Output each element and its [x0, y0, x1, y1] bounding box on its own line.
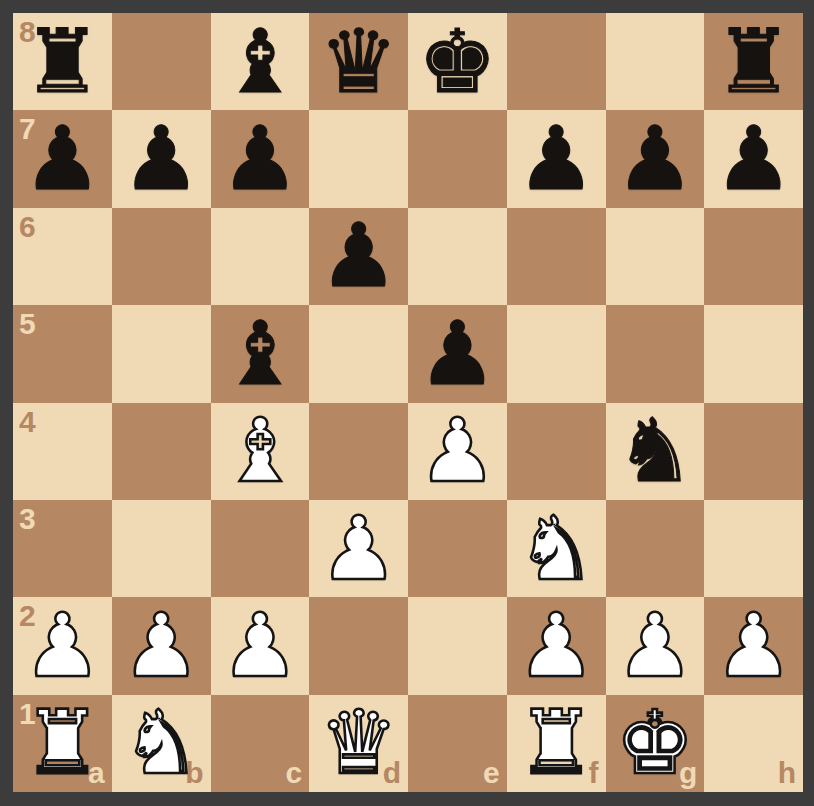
piece-white-knight[interactable]: ♞: [517, 500, 596, 597]
square-b4[interactable]: [112, 403, 211, 500]
piece-black-pawn[interactable]: ♟: [714, 110, 793, 207]
piece-white-rook[interactable]: ♜: [517, 695, 596, 792]
square-a1[interactable]: 1a♜: [13, 695, 112, 792]
square-c5[interactable]: ♝: [211, 305, 310, 402]
square-h3[interactable]: [704, 500, 803, 597]
square-g5[interactable]: [606, 305, 705, 402]
square-h1[interactable]: h: [704, 695, 803, 792]
piece-white-pawn[interactable]: ♟: [220, 597, 299, 694]
square-h4[interactable]: [704, 403, 803, 500]
square-g3[interactable]: [606, 500, 705, 597]
square-e8[interactable]: ♚: [408, 13, 507, 110]
piece-black-pawn[interactable]: ♟: [517, 110, 596, 207]
piece-black-king[interactable]: ♚: [418, 13, 497, 110]
square-a4[interactable]: 4: [13, 403, 112, 500]
square-e4[interactable]: ♟: [408, 403, 507, 500]
square-b2[interactable]: ♟: [112, 597, 211, 694]
piece-black-bishop[interactable]: ♝: [220, 13, 299, 110]
square-f1[interactable]: f♜: [507, 695, 606, 792]
piece-white-pawn[interactable]: ♟: [122, 597, 201, 694]
square-g8[interactable]: [606, 13, 705, 110]
piece-black-bishop[interactable]: ♝: [220, 305, 299, 402]
square-b1[interactable]: b♞: [112, 695, 211, 792]
square-e6[interactable]: [408, 208, 507, 305]
square-a7[interactable]: 7♟: [13, 110, 112, 207]
square-c8[interactable]: ♝: [211, 13, 310, 110]
piece-black-pawn[interactable]: ♟: [615, 110, 694, 207]
square-f8[interactable]: [507, 13, 606, 110]
square-g1[interactable]: g♚: [606, 695, 705, 792]
square-h6[interactable]: [704, 208, 803, 305]
square-h8[interactable]: ♜: [704, 13, 803, 110]
square-d3[interactable]: ♟: [309, 500, 408, 597]
square-g7[interactable]: ♟: [606, 110, 705, 207]
rank-label-3: 3: [19, 504, 36, 534]
square-h7[interactable]: ♟: [704, 110, 803, 207]
piece-black-rook[interactable]: ♜: [23, 13, 102, 110]
square-b5[interactable]: [112, 305, 211, 402]
square-c7[interactable]: ♟: [211, 110, 310, 207]
square-d4[interactable]: [309, 403, 408, 500]
file-label-h: h: [778, 758, 796, 788]
square-c1[interactable]: c: [211, 695, 310, 792]
square-b3[interactable]: [112, 500, 211, 597]
piece-white-pawn[interactable]: ♟: [517, 597, 596, 694]
square-b7[interactable]: ♟: [112, 110, 211, 207]
rank-label-5: 5: [19, 309, 36, 339]
square-g2[interactable]: ♟: [606, 597, 705, 694]
piece-white-knight[interactable]: ♞: [122, 695, 201, 792]
square-a6[interactable]: 6: [13, 208, 112, 305]
square-a2[interactable]: 2♟: [13, 597, 112, 694]
piece-white-bishop[interactable]: ♝: [220, 403, 299, 500]
square-d7[interactable]: [309, 110, 408, 207]
piece-white-pawn[interactable]: ♟: [418, 403, 497, 500]
file-label-e: e: [483, 758, 500, 788]
square-a8[interactable]: 8♜: [13, 13, 112, 110]
rank-label-4: 4: [19, 407, 36, 437]
piece-black-queen[interactable]: ♛: [319, 13, 398, 110]
square-b6[interactable]: [112, 208, 211, 305]
piece-white-queen[interactable]: ♛: [319, 695, 398, 792]
square-e3[interactable]: [408, 500, 507, 597]
square-b8[interactable]: [112, 13, 211, 110]
square-e1[interactable]: e: [408, 695, 507, 792]
square-h5[interactable]: [704, 305, 803, 402]
square-f5[interactable]: [507, 305, 606, 402]
piece-white-pawn[interactable]: ♟: [319, 500, 398, 597]
square-h2[interactable]: ♟: [704, 597, 803, 694]
chess-board: 8♜♝♛♚♜7♟♟♟♟♟♟6♟5♝♟4♝♟♞3♟♞2♟♟♟♟♟♟1a♜b♞cd♛…: [13, 13, 803, 792]
square-c4[interactable]: ♝: [211, 403, 310, 500]
square-f2[interactable]: ♟: [507, 597, 606, 694]
square-e5[interactable]: ♟: [408, 305, 507, 402]
piece-black-knight[interactable]: ♞: [615, 403, 694, 500]
square-c2[interactable]: ♟: [211, 597, 310, 694]
piece-white-king[interactable]: ♚: [615, 695, 694, 792]
square-d2[interactable]: [309, 597, 408, 694]
piece-black-pawn[interactable]: ♟: [122, 110, 201, 207]
square-f6[interactable]: [507, 208, 606, 305]
square-d1[interactable]: d♛: [309, 695, 408, 792]
square-c3[interactable]: [211, 500, 310, 597]
square-f4[interactable]: [507, 403, 606, 500]
square-g4[interactable]: ♞: [606, 403, 705, 500]
square-f7[interactable]: ♟: [507, 110, 606, 207]
piece-white-pawn[interactable]: ♟: [23, 597, 102, 694]
piece-white-rook[interactable]: ♜: [23, 695, 102, 792]
square-c6[interactable]: [211, 208, 310, 305]
square-a5[interactable]: 5: [13, 305, 112, 402]
piece-black-pawn[interactable]: ♟: [23, 110, 102, 207]
piece-black-pawn[interactable]: ♟: [418, 305, 497, 402]
rank-label-6: 6: [19, 212, 36, 242]
file-label-c: c: [286, 758, 303, 788]
chess-board-frame: 8♜♝♛♚♜7♟♟♟♟♟♟6♟5♝♟4♝♟♞3♟♞2♟♟♟♟♟♟1a♜b♞cd♛…: [0, 0, 814, 806]
square-f3[interactable]: ♞: [507, 500, 606, 597]
square-g6[interactable]: [606, 208, 705, 305]
piece-white-pawn[interactable]: ♟: [714, 597, 793, 694]
square-e2[interactable]: [408, 597, 507, 694]
piece-black-pawn[interactable]: ♟: [220, 110, 299, 207]
square-d6[interactable]: ♟: [309, 208, 408, 305]
square-a3[interactable]: 3: [13, 500, 112, 597]
square-e7[interactable]: [408, 110, 507, 207]
piece-black-pawn[interactable]: ♟: [319, 208, 398, 305]
piece-white-pawn[interactable]: ♟: [615, 597, 694, 694]
piece-black-rook[interactable]: ♜: [714, 13, 793, 110]
square-d8[interactable]: ♛: [309, 13, 408, 110]
square-d5[interactable]: [309, 305, 408, 402]
